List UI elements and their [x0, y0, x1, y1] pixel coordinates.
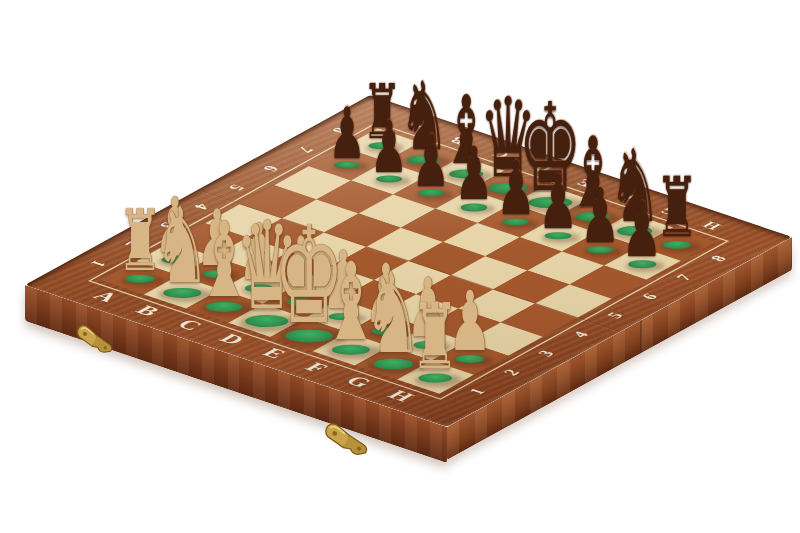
piece-black-pawn-c7[interactable]: ♟ [412, 124, 450, 196]
piece-black-pawn-d7[interactable]: ♟ [454, 138, 493, 211]
piece-black-pawn-e7[interactable]: ♟ [496, 151, 536, 225]
chess-set-product-photo: AABBCCDDEEFFGGHH1122334455667788 ♜♞♝♛♚♝♞… [0, 0, 800, 533]
pieces-layer: ♜♞♝♛♚♝♞♜♟♟♟♟♟♟♟♟♟♟♟♟♟♟♟♟♜♞♝♛♚♝♞♜ [0, 0, 800, 533]
piece-white-rook-h1[interactable]: ♜ [411, 292, 459, 383]
piece-black-pawn-h7[interactable]: ♟ [622, 191, 663, 268]
piece-black-pawn-a7[interactable]: ♟ [328, 97, 366, 168]
piece-black-pawn-g7[interactable]: ♟ [580, 178, 620, 254]
piece-black-pawn-b7[interactable]: ♟ [370, 110, 408, 182]
piece-black-pawn-f7[interactable]: ♟ [538, 164, 578, 240]
